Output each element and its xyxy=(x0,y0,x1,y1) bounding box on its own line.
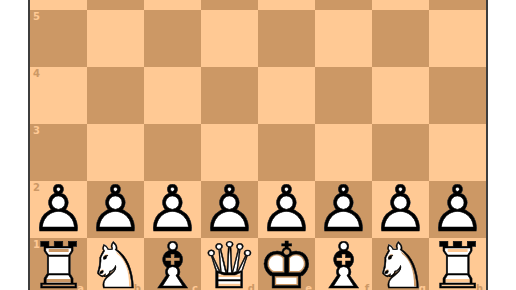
square-c6[interactable] xyxy=(144,0,201,10)
square-a4[interactable]: 4 xyxy=(30,67,87,124)
square-a6[interactable]: 6 xyxy=(30,0,87,10)
white-queen[interactable]: ♛♕ xyxy=(201,238,258,290)
square-e6[interactable] xyxy=(258,0,315,10)
white-knight-outline: ♘ xyxy=(87,238,144,290)
white-bishop-outline: ♗ xyxy=(144,238,201,290)
square-a5[interactable]: 5 xyxy=(30,10,87,67)
white-bishop[interactable]: ♝♗ xyxy=(144,238,201,290)
square-d1[interactable]: d♛♕ xyxy=(201,238,258,290)
square-b1[interactable]: b♞♘ xyxy=(87,238,144,290)
white-rook-outline: ♖ xyxy=(429,238,486,290)
square-e4[interactable] xyxy=(258,67,315,124)
square-c1[interactable]: c♝♗ xyxy=(144,238,201,290)
square-c4[interactable] xyxy=(144,67,201,124)
white-rook[interactable]: ♜♖ xyxy=(30,238,87,290)
square-f6[interactable] xyxy=(315,0,372,10)
square-h1[interactable]: h♜♖ xyxy=(429,238,486,290)
white-knight[interactable]: ♞♘ xyxy=(372,238,429,290)
square-d6[interactable] xyxy=(201,0,258,10)
white-rook-outline: ♖ xyxy=(30,238,87,290)
square-g1[interactable]: g♞♘ xyxy=(372,238,429,290)
square-e5[interactable] xyxy=(258,10,315,67)
square-h6[interactable] xyxy=(429,0,486,10)
square-c5[interactable] xyxy=(144,10,201,67)
board-grid: 8♜♞♝♛♚♝♞♜7♟♟♟♟♟♟♟♟65432♟♙♟♙♟♙♟♙♟♙♟♙♟♙♟♙1… xyxy=(30,0,486,290)
rank-label-5: 5 xyxy=(33,12,40,22)
rank-label-4: 4 xyxy=(33,69,40,79)
square-b6[interactable] xyxy=(87,0,144,10)
white-king-outline: ♔ xyxy=(258,238,315,290)
square-d5[interactable] xyxy=(201,10,258,67)
white-king[interactable]: ♚♔ xyxy=(258,238,315,290)
square-g6[interactable] xyxy=(372,0,429,10)
white-knight[interactable]: ♞♘ xyxy=(87,238,144,290)
square-d4[interactable] xyxy=(201,67,258,124)
square-b5[interactable] xyxy=(87,10,144,67)
white-queen-outline: ♕ xyxy=(201,238,258,290)
white-rook[interactable]: ♜♖ xyxy=(429,238,486,290)
square-g5[interactable] xyxy=(372,10,429,67)
square-f4[interactable] xyxy=(315,67,372,124)
chess-app-canvas: 8♜♞♝♛♚♝♞♜7♟♟♟♟♟♟♟♟65432♟♙♟♙♟♙♟♙♟♙♟♙♟♙♟♙1… xyxy=(0,0,516,290)
square-f5[interactable] xyxy=(315,10,372,67)
square-b4[interactable] xyxy=(87,67,144,124)
rank-label-3: 3 xyxy=(33,126,40,136)
square-f1[interactable]: f♝♗ xyxy=(315,238,372,290)
square-g4[interactable] xyxy=(372,67,429,124)
chess-board: 8♜♞♝♛♚♝♞♜7♟♟♟♟♟♟♟♟65432♟♙♟♙♟♙♟♙♟♙♟♙♟♙♟♙1… xyxy=(28,0,488,290)
square-e1[interactable]: e♚♔ xyxy=(258,238,315,290)
square-a1[interactable]: 1a♜♖ xyxy=(30,238,87,290)
white-knight-outline: ♘ xyxy=(372,238,429,290)
white-bishop[interactable]: ♝♗ xyxy=(315,238,372,290)
square-h4[interactable] xyxy=(429,67,486,124)
white-bishop-outline: ♗ xyxy=(315,238,372,290)
square-h5[interactable] xyxy=(429,10,486,67)
